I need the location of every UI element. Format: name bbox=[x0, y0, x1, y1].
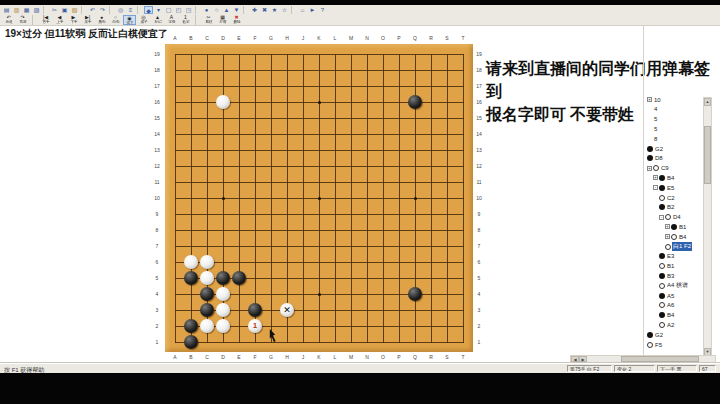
tree-node-label: 5 bbox=[653, 116, 658, 122]
mark-letter-button[interactable]: A字母 bbox=[165, 15, 178, 25]
first-move-label: 首手 bbox=[42, 20, 49, 24]
next-move-button[interactable]: ▶下手 bbox=[67, 15, 80, 25]
toolbar-separator bbox=[81, 6, 86, 14]
toolbar-separator bbox=[32, 15, 37, 25]
tree-white-stone-icon bbox=[665, 214, 671, 220]
step-back-button[interactable]: ↶后退 bbox=[2, 15, 15, 25]
coord-label-top: L bbox=[330, 35, 340, 41]
coord-label-right: 4 bbox=[474, 291, 484, 297]
tree-node-label: B4 bbox=[666, 175, 675, 181]
star-point bbox=[318, 293, 321, 296]
delete-move-label: 删除 bbox=[233, 20, 240, 24]
tree-node[interactable]: B4 bbox=[659, 311, 675, 320]
prune-branch-button[interactable]: ✂剪枝 bbox=[202, 15, 215, 25]
tree-node[interactable]: B3 bbox=[659, 271, 675, 280]
tree-node-label: E3 bbox=[666, 253, 675, 259]
coord-label-left: 9 bbox=[152, 211, 162, 217]
coord-label-top: D bbox=[218, 35, 228, 41]
black-stone bbox=[232, 271, 246, 285]
last-move-label: 末手 bbox=[84, 20, 91, 24]
coord-label-left: 5 bbox=[152, 275, 162, 281]
coord-label-bottom: G bbox=[266, 354, 276, 360]
coord-label-bottom: A bbox=[170, 354, 180, 360]
white-stone bbox=[216, 303, 230, 317]
tree-node[interactable]: A6 bbox=[659, 301, 675, 310]
coord-label-top: B bbox=[186, 35, 196, 41]
white-stone bbox=[200, 271, 214, 285]
tree-node[interactable]: -D4 bbox=[659, 213, 682, 222]
tree-black-stone-icon bbox=[647, 146, 653, 152]
tree-node-label: C9 bbox=[660, 165, 670, 171]
place-stones-button[interactable]: ◎摆子 bbox=[137, 15, 150, 25]
coord-label-bottom: S bbox=[442, 354, 452, 360]
toolbar-separator bbox=[137, 6, 142, 14]
coord-label-left: 3 bbox=[152, 307, 162, 313]
style-dropdown-icon[interactable]: ▾ bbox=[154, 6, 163, 14]
tree-white-stone-icon bbox=[671, 234, 677, 240]
show-black-icon[interactable]: ● bbox=[202, 6, 211, 14]
status-pane: 下一手 黑 bbox=[657, 365, 697, 372]
tree-white-stone-icon bbox=[659, 195, 665, 201]
coord-label-left: 14 bbox=[152, 131, 162, 137]
mark-triangle-button[interactable]: ▲标记 bbox=[151, 15, 164, 25]
coord-label-right: 9 bbox=[474, 211, 484, 217]
tree-node[interactable]: +B4 bbox=[665, 232, 687, 241]
coord-label-bottom: K bbox=[314, 354, 324, 360]
black-stone bbox=[184, 271, 198, 285]
tree-black-stone-icon bbox=[659, 273, 665, 279]
tree-node-label: 8 bbox=[653, 136, 658, 142]
coord-label-top: G bbox=[266, 35, 276, 41]
delete-node-icon[interactable]: ✖ bbox=[260, 6, 269, 14]
go-app-window: ▤▥▦▨✂▣▧↶↷◎≡◆▾▢◰◳●○▲▼✚✖★☆⌂►? ↶后退↷前进|◀首手◀上… bbox=[0, 5, 720, 373]
tree-node[interactable]: 4 bbox=[653, 105, 658, 114]
tree-node[interactable]: D8 bbox=[647, 154, 664, 163]
black-stone bbox=[408, 287, 422, 301]
scroll-right-icon[interactable]: ▶ bbox=[579, 356, 587, 362]
tree-node[interactable]: +10 bbox=[647, 95, 662, 104]
toolbar-separator bbox=[195, 15, 200, 25]
new-board-icon[interactable]: ▢ bbox=[164, 6, 173, 14]
tree-vertical-scrollbar[interactable]: ▲ ▼ bbox=[703, 97, 712, 357]
black-stone bbox=[216, 271, 230, 285]
coord-label-left: 16 bbox=[152, 99, 162, 105]
toolbar-separator bbox=[195, 6, 200, 14]
coord-label-bottom: C bbox=[202, 354, 212, 360]
step-forward-label: 前进 bbox=[19, 20, 26, 24]
tree-node-label: A5 bbox=[666, 293, 675, 299]
tree-node-label: B1 bbox=[678, 224, 687, 230]
last-move-button[interactable]: ▶|末手 bbox=[81, 15, 94, 25]
white-stone bbox=[184, 255, 198, 269]
coord-label-right: 5 bbox=[474, 275, 484, 281]
coord-label-left: 12 bbox=[152, 163, 162, 169]
coord-label-top: K bbox=[314, 35, 324, 41]
coord-label-left: 17 bbox=[152, 83, 162, 89]
tree-node-label: D4 bbox=[672, 214, 682, 220]
coord-label-top: P bbox=[394, 35, 404, 41]
coord-label-right: 8 bbox=[474, 227, 484, 233]
white-to-play-button[interactable]: ○白先 bbox=[109, 15, 122, 25]
save-record-button[interactable]: ▦存谱 bbox=[216, 15, 229, 25]
coord-label-right: 14 bbox=[474, 131, 484, 137]
tree-node-label: F5 bbox=[654, 342, 663, 348]
status-pane: 变化 2 bbox=[614, 365, 655, 372]
coord-label-right: 6 bbox=[474, 259, 484, 265]
bookmark-icon[interactable]: ☆ bbox=[280, 6, 289, 14]
favorite-icon[interactable]: ★ bbox=[270, 6, 279, 14]
mark-letter-label: 字母 bbox=[168, 20, 175, 24]
black-stone bbox=[248, 303, 262, 317]
white-stone bbox=[216, 287, 230, 301]
tree-node[interactable]: 5 bbox=[653, 124, 658, 133]
coord-label-left: 15 bbox=[152, 115, 162, 121]
show-white-icon[interactable]: ○ bbox=[212, 6, 221, 14]
white-stone bbox=[200, 319, 214, 333]
tree-node-label: 4 bbox=[653, 106, 658, 112]
coord-label-top: S bbox=[442, 35, 452, 41]
coord-label-left: 13 bbox=[152, 147, 162, 153]
white-stone: 1 bbox=[248, 319, 262, 333]
toolbar-band: ▤▥▦▨✂▣▧↶↷◎≡◆▾▢◰◳●○▲▼✚✖★☆⌂►? ↶后退↷前进|◀首手◀上… bbox=[0, 5, 720, 26]
tree-node-label: B2 bbox=[666, 204, 675, 210]
toolbar-separator bbox=[109, 6, 114, 14]
panel-divider bbox=[643, 25, 644, 363]
black-stone bbox=[184, 319, 198, 333]
tree-node[interactable]: 8 bbox=[653, 134, 658, 143]
tree-black-stone-icon bbox=[659, 175, 665, 181]
scroll-up-icon[interactable]: ▲ bbox=[704, 98, 711, 106]
coord-label-right: 15 bbox=[474, 115, 484, 121]
tree-horizontal-scrollbar[interactable]: ◀ ▶ bbox=[570, 355, 716, 363]
coord-label-bottom: T bbox=[458, 354, 468, 360]
video-frame: ▤▥▦▨✂▣▧↶↷◎≡◆▾▢◰◳●○▲▼✚✖★☆⌂►? ↶后退↷前进|◀首手◀上… bbox=[0, 0, 720, 404]
star-point bbox=[318, 101, 321, 104]
tree-white-stone-icon bbox=[659, 322, 665, 328]
main-toolbar: ▤▥▦▨✂▣▧↶↷◎≡◆▾▢◰◳●○▲▼✚✖★☆⌂►? bbox=[2, 6, 328, 14]
coord-label-left: 11 bbox=[152, 179, 162, 185]
coord-label-bottom: H bbox=[282, 354, 292, 360]
tree-black-stone-icon bbox=[659, 293, 665, 299]
tree-node-label: G2 bbox=[654, 332, 664, 338]
coord-label-top: E bbox=[234, 35, 244, 41]
black-stone bbox=[184, 335, 198, 349]
zoom-in-icon[interactable]: ▲ bbox=[222, 6, 231, 14]
tree-node[interactable]: +B4 bbox=[653, 173, 675, 182]
tree-node[interactable]: B2 bbox=[659, 203, 675, 212]
tree-white-stone-icon bbox=[659, 302, 665, 308]
coord-label-top: N bbox=[362, 35, 372, 41]
tree-node-label: A4 棋谱 bbox=[666, 281, 689, 290]
coord-label-bottom: R bbox=[426, 354, 436, 360]
tree-white-stone-icon bbox=[647, 342, 653, 348]
tree-node-label: B4 bbox=[678, 234, 687, 240]
toolbar-separator bbox=[43, 6, 48, 14]
rotate-board-icon[interactable]: ◰ bbox=[174, 6, 183, 14]
star-point bbox=[222, 197, 225, 200]
coord-label-right: 18 bbox=[474, 67, 484, 73]
tree-black-stone-icon bbox=[659, 185, 665, 191]
coord-label-top: J bbox=[298, 35, 308, 41]
coord-label-bottom: D bbox=[218, 354, 228, 360]
tree-node[interactable]: 白1 F2 bbox=[665, 242, 692, 251]
coord-label-top: R bbox=[426, 35, 436, 41]
tree-node-label: A6 bbox=[666, 302, 675, 308]
mark-triangle-label: 标记 bbox=[154, 20, 161, 24]
mark-number-button[interactable]: 1数字 bbox=[179, 15, 192, 25]
coord-label-top: M bbox=[346, 35, 356, 41]
add-node-icon[interactable]: ✚ bbox=[250, 6, 259, 14]
step-forward-button[interactable]: ↷前进 bbox=[16, 15, 29, 25]
tree-node[interactable]: A2 bbox=[659, 320, 675, 329]
coord-label-bottom: J bbox=[298, 354, 308, 360]
coord-label-left: 6 bbox=[152, 259, 162, 265]
coord-label-left: 10 bbox=[152, 195, 162, 201]
prev-move-label: 上手 bbox=[56, 20, 63, 24]
star-point bbox=[414, 197, 417, 200]
zoom-out-icon[interactable]: ▼ bbox=[232, 6, 241, 14]
toolbar-separator bbox=[243, 6, 248, 14]
white-to-play-label: 白先 bbox=[112, 20, 119, 24]
tree-node[interactable]: F5 bbox=[647, 340, 663, 349]
tree-node[interactable]: +C9 bbox=[647, 164, 670, 173]
find-icon[interactable]: ◎ bbox=[116, 6, 125, 14]
tree-expand-icon[interactable]: + bbox=[647, 97, 652, 102]
white-stone bbox=[216, 95, 230, 109]
prune-branch-label: 剪枝 bbox=[205, 20, 212, 24]
coord-label-top: C bbox=[202, 35, 212, 41]
tree-expand-icon[interactable]: + bbox=[653, 175, 658, 180]
game-list-icon[interactable]: ≡ bbox=[126, 6, 135, 14]
coord-label-right: 19 bbox=[474, 51, 484, 57]
tree-node[interactable]: G2 bbox=[647, 144, 664, 153]
white-stone bbox=[200, 255, 214, 269]
coord-label-bottom: L bbox=[330, 354, 340, 360]
board-style-icon[interactable]: ◆ bbox=[144, 6, 153, 14]
tree-white-stone-icon bbox=[653, 165, 659, 171]
status-pane: 第75手 白 F2 bbox=[567, 365, 612, 372]
coord-label-right: 11 bbox=[474, 179, 484, 185]
coord-label-top: Q bbox=[410, 35, 420, 41]
edit-toolbar: ↶后退↷前进|◀首手◀上手▶下手▶|末手●黑先○白先◉试下◎摆子▲标记A字母1数… bbox=[2, 15, 244, 25]
horizontal-scroll-thumb[interactable] bbox=[621, 356, 699, 362]
coord-label-bottom: B bbox=[186, 354, 196, 360]
coord-label-right: 12 bbox=[474, 163, 484, 169]
tree-node[interactable]: A4 棋谱 bbox=[659, 281, 689, 290]
coord-label-left: 7 bbox=[152, 243, 162, 249]
new-file-icon[interactable]: ▤ bbox=[2, 6, 11, 14]
place-stones-label: 摆子 bbox=[140, 20, 147, 24]
coord-label-right: 10 bbox=[474, 195, 484, 201]
tree-node-label: B3 bbox=[666, 273, 675, 279]
coord-label-bottom: E bbox=[234, 354, 244, 360]
undo-icon[interactable]: ↶ bbox=[88, 6, 97, 14]
try-move-button[interactable]: ◉试下 bbox=[123, 15, 136, 25]
coord-label-left: 4 bbox=[152, 291, 162, 297]
white-stone bbox=[216, 319, 230, 333]
toolbar-separator bbox=[291, 6, 296, 14]
coord-label-bottom: M bbox=[346, 354, 356, 360]
redo-icon[interactable]: ↷ bbox=[98, 6, 107, 14]
black-stone bbox=[200, 303, 214, 317]
copy-icon[interactable]: ▣ bbox=[60, 6, 69, 14]
tree-node-label: 5 bbox=[653, 126, 658, 132]
vertical-scroll-thumb[interactable] bbox=[704, 126, 711, 184]
coord-label-top: A bbox=[170, 35, 180, 41]
coord-label-bottom: F bbox=[250, 354, 260, 360]
coord-label-bottom: P bbox=[394, 354, 404, 360]
black-to-play-button[interactable]: ●黑先 bbox=[95, 15, 108, 25]
coord-label-top: F bbox=[250, 35, 260, 41]
tree-black-stone-icon bbox=[647, 155, 653, 161]
tree-node[interactable]: A5 bbox=[659, 291, 675, 300]
coord-label-right: 16 bbox=[474, 99, 484, 105]
tree-node-label: 白1 F2 bbox=[672, 242, 692, 251]
status-pane: 67 bbox=[699, 365, 716, 372]
tree-expand-icon[interactable]: + bbox=[665, 234, 670, 239]
try-move-label: 试下 bbox=[126, 21, 133, 25]
next-move-label: 下手 bbox=[70, 20, 77, 24]
tree-node-label: B4 bbox=[666, 312, 675, 318]
coord-label-left: 8 bbox=[152, 227, 162, 233]
tree-black-stone-icon bbox=[647, 332, 653, 338]
tree-node-label: B1 bbox=[666, 263, 675, 269]
scroll-left-icon[interactable]: ◀ bbox=[571, 356, 579, 362]
coord-label-right: 1 bbox=[474, 339, 484, 345]
coord-label-right: 13 bbox=[474, 147, 484, 153]
flip-board-icon[interactable]: ◳ bbox=[184, 6, 193, 14]
tree-node-label: G2 bbox=[654, 146, 664, 152]
black-to-play-label: 黑先 bbox=[98, 20, 105, 24]
coord-label-bottom: Q bbox=[410, 354, 420, 360]
tree-black-stone-icon bbox=[659, 204, 665, 210]
first-move-button[interactable]: |◀首手 bbox=[39, 15, 52, 25]
coord-label-top: T bbox=[458, 35, 468, 41]
mark-number-label: 数字 bbox=[182, 20, 189, 24]
tree-node-label: D8 bbox=[654, 155, 664, 161]
tree-expand-icon[interactable]: - bbox=[653, 185, 658, 190]
x-mark: ✕ bbox=[283, 306, 291, 315]
tree-node-label: C2 bbox=[666, 195, 676, 201]
tree-white-stone-icon bbox=[659, 283, 665, 289]
coord-label-right: 3 bbox=[474, 307, 484, 313]
tree-black-stone-icon bbox=[659, 253, 665, 259]
tree-node[interactable]: G2 bbox=[647, 330, 664, 339]
coord-label-right: 17 bbox=[474, 83, 484, 89]
coord-label-right: 2 bbox=[474, 323, 484, 329]
black-stone bbox=[200, 287, 214, 301]
save-record-label: 存谱 bbox=[219, 20, 226, 24]
move-comment: 19×过分 但11软弱 反而让白棋便宜了 bbox=[5, 27, 168, 41]
tree-expand-icon[interactable]: - bbox=[659, 215, 664, 220]
tree-expand-icon[interactable]: + bbox=[647, 166, 652, 171]
coord-label-left: 2 bbox=[152, 323, 162, 329]
help-icon[interactable]: ? bbox=[318, 6, 327, 14]
tree-black-stone-icon bbox=[671, 224, 677, 230]
coord-label-left: 18 bbox=[152, 67, 162, 73]
tree-black-stone-icon bbox=[659, 312, 665, 318]
tree-node-label: 10 bbox=[653, 97, 662, 103]
letterbox-bottom bbox=[0, 373, 720, 404]
white-stone: ✕ bbox=[280, 303, 294, 317]
variation-tree-panel: +104558G2D8+C9+B4-E5C2B2-D4+B1+B4白1 F2E3… bbox=[645, 95, 703, 360]
coord-label-left: 19 bbox=[152, 51, 162, 57]
tree-node-label: A2 bbox=[666, 322, 675, 328]
star-point bbox=[318, 197, 321, 200]
coord-label-top: H bbox=[282, 35, 292, 41]
tree-node[interactable]: +B1 bbox=[665, 222, 687, 231]
delete-move-button[interactable]: ✖删除 bbox=[230, 15, 243, 25]
coord-label-bottom: N bbox=[362, 354, 372, 360]
black-stone bbox=[408, 95, 422, 109]
tree-expand-icon[interactable]: + bbox=[665, 224, 670, 229]
tree-white-stone-icon bbox=[665, 244, 671, 250]
coord-label-top: O bbox=[378, 35, 388, 41]
tree-node[interactable]: C2 bbox=[659, 193, 676, 202]
prev-move-button[interactable]: ◀上手 bbox=[53, 15, 66, 25]
cut-icon[interactable]: ✂ bbox=[50, 6, 59, 14]
step-back-label: 后退 bbox=[5, 20, 12, 24]
coord-label-left: 1 bbox=[152, 339, 162, 345]
save-file-icon[interactable]: ▦ bbox=[22, 6, 31, 14]
home-icon[interactable]: ⌂ bbox=[298, 6, 307, 14]
save-all-icon[interactable]: ▨ bbox=[32, 6, 41, 14]
tree-node[interactable]: E3 bbox=[659, 252, 675, 261]
coord-label-bottom: O bbox=[378, 354, 388, 360]
paste-icon[interactable]: ▧ bbox=[70, 6, 79, 14]
play-icon[interactable]: ► bbox=[308, 6, 317, 14]
tree-node[interactable]: 5 bbox=[653, 115, 658, 124]
tree-node[interactable]: -E5 bbox=[653, 183, 675, 192]
move-number-label: 1 bbox=[253, 322, 257, 330]
tree-white-stone-icon bbox=[659, 263, 665, 269]
tree-node-label: E5 bbox=[666, 185, 675, 191]
tree-node[interactable]: B1 bbox=[659, 262, 675, 271]
coord-label-right: 7 bbox=[474, 243, 484, 249]
open-file-icon[interactable]: ▥ bbox=[12, 6, 21, 14]
